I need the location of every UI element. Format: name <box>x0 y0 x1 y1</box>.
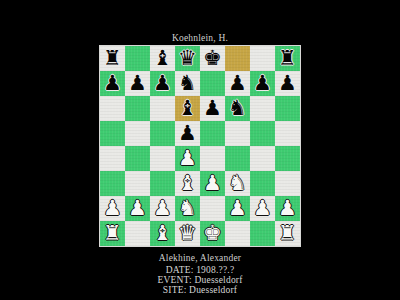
white-pawn-piece: ♟ <box>153 196 172 221</box>
black-pawn-piece: ♟ <box>103 71 122 96</box>
square-c8[interactable]: ♝ <box>150 46 175 71</box>
black-pawn-piece: ♟ <box>253 71 272 96</box>
square-b5[interactable] <box>125 121 150 146</box>
square-c6[interactable] <box>150 96 175 121</box>
square-d7[interactable]: ♞ <box>175 71 200 96</box>
square-g8[interactable] <box>250 46 275 71</box>
black-king-piece: ♚ <box>203 46 222 71</box>
square-b1[interactable] <box>125 221 150 246</box>
square-h3[interactable] <box>275 171 300 196</box>
square-a7[interactable]: ♟ <box>100 71 125 96</box>
square-e8[interactable]: ♚ <box>200 46 225 71</box>
square-h2[interactable]: ♟ <box>275 196 300 221</box>
black-knight-piece: ♞ <box>178 71 197 96</box>
top-player-name: Koehnlein, H. <box>0 33 400 43</box>
square-h7[interactable]: ♟ <box>275 71 300 96</box>
square-a4[interactable] <box>100 146 125 171</box>
black-pawn-piece: ♟ <box>203 96 222 121</box>
game-event-tag: EVENT: Duesseldorf <box>0 275 400 285</box>
black-rook-piece: ♜ <box>103 46 122 71</box>
square-g3[interactable] <box>250 171 275 196</box>
white-rook-piece: ♜ <box>278 221 297 246</box>
square-h4[interactable] <box>275 146 300 171</box>
square-g7[interactable]: ♟ <box>250 71 275 96</box>
game-site-tag: SITE: Duesseldorf <box>0 285 400 295</box>
black-knight-piece: ♞ <box>228 96 247 121</box>
black-pawn-piece: ♟ <box>178 121 197 146</box>
chess-app-screen: Koehnlein, H. ♜♝♛♚♜♟♟♟♞♟♟♟♝♟♞♟♟♝♟♞♟♟♟♞♟♟… <box>0 0 400 300</box>
square-g5[interactable] <box>250 121 275 146</box>
square-a6[interactable] <box>100 96 125 121</box>
square-d6[interactable]: ♝ <box>175 96 200 121</box>
square-c2[interactable]: ♟ <box>150 196 175 221</box>
black-bishop-piece: ♝ <box>153 46 172 71</box>
white-pawn-piece: ♟ <box>128 196 147 221</box>
square-f2[interactable]: ♟ <box>225 196 250 221</box>
white-bishop-piece: ♝ <box>153 221 172 246</box>
square-b8[interactable] <box>125 46 150 71</box>
square-c1[interactable]: ♝ <box>150 221 175 246</box>
square-g4[interactable] <box>250 146 275 171</box>
square-b2[interactable]: ♟ <box>125 196 150 221</box>
square-f4[interactable] <box>225 146 250 171</box>
square-d1[interactable]: ♛ <box>175 221 200 246</box>
square-e2[interactable] <box>200 196 225 221</box>
white-pawn-piece: ♟ <box>178 146 197 171</box>
square-d5[interactable]: ♟ <box>175 121 200 146</box>
chess-board: ♜♝♛♚♜♟♟♟♞♟♟♟♝♟♞♟♟♝♟♞♟♟♟♞♟♟♟♜♝♛♚♜ <box>99 45 301 247</box>
white-pawn-piece: ♟ <box>228 196 247 221</box>
square-f3[interactable]: ♞ <box>225 171 250 196</box>
square-f8[interactable] <box>225 46 250 71</box>
white-queen-piece: ♛ <box>178 221 197 246</box>
white-knight-piece: ♞ <box>178 196 197 221</box>
black-bishop-piece: ♝ <box>178 96 197 121</box>
black-queen-piece: ♛ <box>178 46 197 71</box>
square-c5[interactable] <box>150 121 175 146</box>
square-a5[interactable] <box>100 121 125 146</box>
black-pawn-piece: ♟ <box>228 71 247 96</box>
square-g6[interactable] <box>250 96 275 121</box>
square-f1[interactable] <box>225 221 250 246</box>
square-g2[interactable]: ♟ <box>250 196 275 221</box>
square-h5[interactable] <box>275 121 300 146</box>
square-c4[interactable] <box>150 146 175 171</box>
square-f6[interactable]: ♞ <box>225 96 250 121</box>
square-d3[interactable]: ♝ <box>175 171 200 196</box>
square-d8[interactable]: ♛ <box>175 46 200 71</box>
white-rook-piece: ♜ <box>103 221 122 246</box>
square-a8[interactable]: ♜ <box>100 46 125 71</box>
square-e3[interactable]: ♟ <box>200 171 225 196</box>
square-d4[interactable]: ♟ <box>175 146 200 171</box>
bottom-player-name: Alekhine, Alexander <box>0 253 400 263</box>
square-h6[interactable] <box>275 96 300 121</box>
black-rook-piece: ♜ <box>278 46 297 71</box>
square-a2[interactable]: ♟ <box>100 196 125 221</box>
square-e6[interactable]: ♟ <box>200 96 225 121</box>
square-b6[interactable] <box>125 96 150 121</box>
square-e7[interactable] <box>200 71 225 96</box>
square-d2[interactable]: ♞ <box>175 196 200 221</box>
square-f5[interactable] <box>225 121 250 146</box>
square-c7[interactable]: ♟ <box>150 71 175 96</box>
game-date-tag: DATE: 1908.??.? <box>0 265 400 275</box>
square-c3[interactable] <box>150 171 175 196</box>
square-a3[interactable] <box>100 171 125 196</box>
white-bishop-piece: ♝ <box>178 171 197 196</box>
white-pawn-piece: ♟ <box>278 196 297 221</box>
square-e5[interactable] <box>200 121 225 146</box>
black-pawn-piece: ♟ <box>128 71 147 96</box>
white-pawn-piece: ♟ <box>253 196 272 221</box>
square-b7[interactable]: ♟ <box>125 71 150 96</box>
square-g1[interactable] <box>250 221 275 246</box>
square-a1[interactable]: ♜ <box>100 221 125 246</box>
square-h1[interactable]: ♜ <box>275 221 300 246</box>
square-h8[interactable]: ♜ <box>275 46 300 71</box>
white-pawn-piece: ♟ <box>203 171 222 196</box>
white-knight-piece: ♞ <box>228 171 247 196</box>
white-king-piece: ♚ <box>203 221 222 246</box>
square-e1[interactable]: ♚ <box>200 221 225 246</box>
square-f7[interactable]: ♟ <box>225 71 250 96</box>
square-b4[interactable] <box>125 146 150 171</box>
square-e4[interactable] <box>200 146 225 171</box>
white-pawn-piece: ♟ <box>103 196 122 221</box>
black-pawn-piece: ♟ <box>278 71 297 96</box>
black-pawn-piece: ♟ <box>153 71 172 96</box>
square-b3[interactable] <box>125 171 150 196</box>
